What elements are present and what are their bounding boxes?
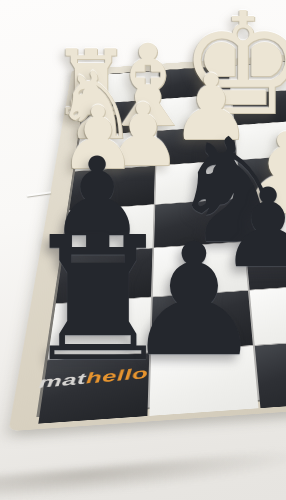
square-b8: [158, 66, 230, 99]
square-a5: [69, 166, 155, 210]
square-c5: [238, 155, 286, 198]
brand-wordmark: mathello: [39, 344, 147, 415]
board-fold-seam: [27, 191, 51, 196]
brand-wordmark-gray: mat: [38, 370, 86, 392]
square-b3: [153, 242, 248, 296]
brand-wordmark-orange: hello: [86, 364, 149, 387]
chessboard: mathello: [9, 30, 286, 432]
square-a6: [75, 131, 156, 171]
square-c4: [241, 193, 286, 241]
square-c6: [235, 120, 286, 159]
square-a4: [63, 205, 154, 254]
square-c3: [245, 236, 286, 290]
square-c1: [255, 339, 286, 408]
square-c2: [250, 284, 286, 345]
square-b4: [154, 199, 243, 248]
square-a7: [80, 100, 157, 136]
board-shadow: [0, 448, 286, 500]
square-b6: [156, 126, 236, 166]
square-a8: [85, 71, 158, 104]
square-b2: [151, 291, 253, 352]
square-b5: [155, 160, 239, 204]
square-b1: [149, 346, 258, 416]
square-c7: [232, 89, 286, 125]
square-b7: [157, 94, 233, 130]
square-a3: [56, 248, 153, 303]
product-photo: mathello ♜♝♚♞♟♟♟♟♟♞♟♜♟: [0, 0, 286, 500]
board-frame: mathello: [9, 30, 286, 432]
square-c8: [229, 61, 286, 94]
